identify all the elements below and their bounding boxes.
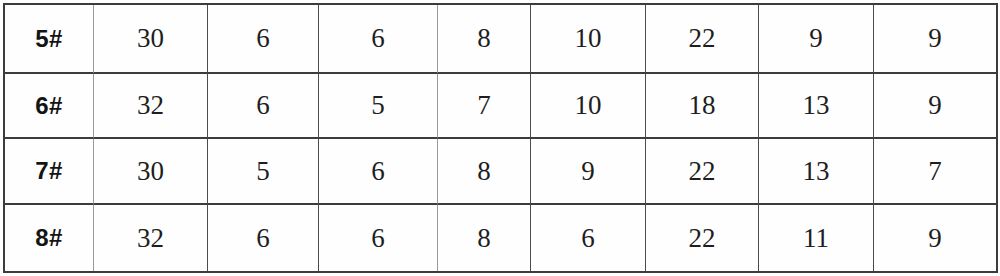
table-cell: 5 (208, 139, 319, 205)
table-cell: 7 (438, 74, 531, 139)
table-cell: 10 (531, 5, 646, 74)
table-cell: 10 (531, 74, 646, 139)
table-cell: 6 (208, 5, 319, 74)
table-cell: 9 (531, 139, 646, 205)
row-label: 8# (5, 205, 94, 271)
table-cell: 8 (438, 139, 531, 205)
table-cell: 22 (646, 5, 759, 74)
table-cell: 6 (208, 205, 319, 271)
table-cell: 30 (94, 139, 208, 205)
table-cell: 22 (646, 139, 759, 205)
table-cell: 9 (874, 74, 996, 139)
table-cell: 32 (94, 74, 208, 139)
table-cell: 32 (94, 205, 208, 271)
table-cell: 9 (874, 205, 996, 271)
table-cell: 13 (759, 74, 874, 139)
table-cell: 13 (759, 139, 874, 205)
table-cell: 11 (759, 205, 874, 271)
table-cell: 6 (531, 205, 646, 271)
table-cell: 8 (438, 205, 531, 271)
row-label: 5# (5, 5, 94, 74)
table-cell: 6 (319, 5, 438, 74)
table-cell: 30 (94, 5, 208, 74)
table-cell: 6 (319, 205, 438, 271)
table-cell: 8 (438, 5, 531, 74)
table-cell: 5 (319, 74, 438, 139)
row-label: 7# (5, 139, 94, 205)
table-cell: 9 (874, 5, 996, 74)
row-label: 6# (5, 74, 94, 139)
table-cell: 22 (646, 205, 759, 271)
table-cell: 6 (319, 139, 438, 205)
table-cell: 18 (646, 74, 759, 139)
scanned-document-page: 5# 30 6 6 8 10 22 9 9 6# 32 6 5 7 10 18 … (0, 0, 1000, 276)
table-cell: 9 (759, 5, 874, 74)
table-cell: 6 (208, 74, 319, 139)
table-cell: 7 (874, 139, 996, 205)
samples-data-table: 5# 30 6 6 8 10 22 9 9 6# 32 6 5 7 10 18 … (3, 3, 998, 273)
